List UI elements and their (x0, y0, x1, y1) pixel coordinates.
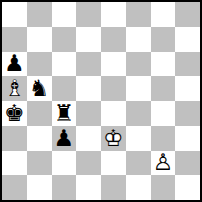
square-g4[interactable] (151, 101, 176, 126)
square-g5[interactable] (151, 76, 176, 101)
square-a2[interactable] (2, 151, 27, 176)
square-e4[interactable] (101, 101, 126, 126)
square-e5[interactable] (101, 76, 126, 101)
square-d7[interactable] (76, 27, 101, 52)
black-king: ♚ (2, 101, 27, 126)
square-h4[interactable] (175, 101, 200, 126)
square-e8[interactable] (101, 2, 126, 27)
square-b3[interactable] (27, 126, 52, 151)
square-b4[interactable] (27, 101, 52, 126)
square-g8[interactable] (151, 2, 176, 27)
black-knight: ♞ (27, 76, 52, 101)
square-h6[interactable] (175, 52, 200, 77)
square-e7[interactable] (101, 27, 126, 52)
square-e6[interactable] (101, 52, 126, 77)
square-c2[interactable] (52, 151, 77, 176)
white-bishop: ♝♗ (2, 76, 27, 101)
white-pawn-fill: ♟ (151, 151, 176, 176)
square-b5[interactable]: ♞ (27, 76, 52, 101)
square-c6[interactable] (52, 52, 77, 77)
square-f7[interactable] (126, 27, 151, 52)
chess-board: ♟♝♗♞♚♜♟♚♔♟♙ (0, 0, 202, 202)
black-king-glyph: ♚ (2, 101, 27, 126)
square-e2[interactable] (101, 151, 126, 176)
black-rook: ♜ (52, 101, 77, 126)
black-pawn-glyph: ♟ (2, 52, 27, 77)
square-c5[interactable] (52, 76, 77, 101)
white-bishop-fill: ♝ (2, 76, 27, 101)
black-pawn: ♟ (2, 52, 27, 77)
square-c1[interactable] (52, 175, 77, 200)
square-d2[interactable] (76, 151, 101, 176)
black-rook-glyph: ♜ (52, 101, 77, 126)
square-e3[interactable]: ♚♔ (101, 126, 126, 151)
square-a5[interactable]: ♝♗ (2, 76, 27, 101)
square-h5[interactable] (175, 76, 200, 101)
square-b2[interactable] (27, 151, 52, 176)
square-h3[interactable] (175, 126, 200, 151)
square-f5[interactable] (126, 76, 151, 101)
square-d6[interactable] (76, 52, 101, 77)
square-a8[interactable] (2, 2, 27, 27)
square-c4[interactable]: ♜ (52, 101, 77, 126)
square-d3[interactable] (76, 126, 101, 151)
square-h8[interactable] (175, 2, 200, 27)
square-g3[interactable] (151, 126, 176, 151)
white-pawn-glyph: ♙ (151, 151, 176, 176)
square-f1[interactable] (126, 175, 151, 200)
square-h1[interactable] (175, 175, 200, 200)
square-f2[interactable] (126, 151, 151, 176)
white-king: ♚♔ (101, 126, 126, 151)
white-pawn: ♟♙ (151, 151, 176, 176)
square-g1[interactable] (151, 175, 176, 200)
black-pawn-glyph: ♟ (52, 126, 77, 151)
square-b7[interactable] (27, 27, 52, 52)
square-d4[interactable] (76, 101, 101, 126)
square-b1[interactable] (27, 175, 52, 200)
square-a4[interactable]: ♚ (2, 101, 27, 126)
black-knight-glyph: ♞ (27, 76, 52, 101)
square-e1[interactable] (101, 175, 126, 200)
square-a7[interactable] (2, 27, 27, 52)
square-d8[interactable] (76, 2, 101, 27)
square-c7[interactable] (52, 27, 77, 52)
square-b6[interactable] (27, 52, 52, 77)
white-king-glyph: ♔ (101, 126, 126, 151)
square-f3[interactable] (126, 126, 151, 151)
square-d5[interactable] (76, 76, 101, 101)
square-h2[interactable] (175, 151, 200, 176)
square-c3[interactable]: ♟ (52, 126, 77, 151)
white-bishop-glyph: ♗ (2, 76, 27, 101)
square-a1[interactable] (2, 175, 27, 200)
square-g2[interactable]: ♟♙ (151, 151, 176, 176)
square-d1[interactable] (76, 175, 101, 200)
square-g6[interactable] (151, 52, 176, 77)
square-f4[interactable] (126, 101, 151, 126)
square-f6[interactable] (126, 52, 151, 77)
square-f8[interactable] (126, 2, 151, 27)
white-king-fill: ♚ (101, 126, 126, 151)
square-a6[interactable]: ♟ (2, 52, 27, 77)
square-b8[interactable] (27, 2, 52, 27)
square-a3[interactable] (2, 126, 27, 151)
square-c8[interactable] (52, 2, 77, 27)
black-pawn: ♟ (52, 126, 77, 151)
square-h7[interactable] (175, 27, 200, 52)
square-g7[interactable] (151, 27, 176, 52)
